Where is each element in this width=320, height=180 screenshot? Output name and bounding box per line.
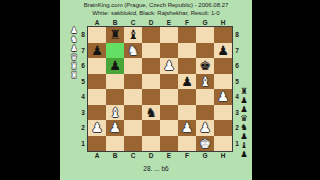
white-king: ♚ [199,136,211,152]
square-a7[interactable]: ♟ [88,43,106,59]
square-e4[interactable] [160,89,178,105]
white-bishop: ♝ [109,105,121,121]
black-king: ♚ [199,58,211,74]
square-g8[interactable] [196,27,214,43]
square-d6[interactable] [142,58,160,74]
black-pawn: ♟ [217,43,229,59]
file-label: G [196,19,214,26]
square-b1[interactable] [106,136,124,152]
square-b4[interactable] [106,89,124,105]
white-pawn: ♟ [163,58,175,74]
square-e3[interactable] [160,105,178,121]
square-a5[interactable] [88,74,106,90]
square-a8[interactable] [88,27,106,43]
square-b5[interactable] [106,74,124,90]
site-header-line1: BrainKing.com (Prague, Czech Republic) -… [60,2,252,9]
square-g7[interactable] [196,43,214,59]
rank-label: 8 [233,27,241,43]
square-a1[interactable] [88,136,106,152]
square-e5[interactable] [160,74,178,90]
square-g2[interactable]: ♟ [196,120,214,136]
file-label: A [88,152,106,159]
white-pawn: ♟ [181,120,193,136]
captured-black-tray: ♜♟♟♛♞♟♝♟ [238,87,250,159]
square-f8[interactable] [178,27,196,43]
square-d1[interactable] [142,136,160,152]
square-f5[interactable]: ♟ [178,74,196,90]
square-g6[interactable]: ♚ [196,58,214,74]
file-label: F [178,19,196,26]
players-result-line: White: sakblokid, Black: Rajshekhar, Res… [60,10,252,17]
file-label: H [214,19,232,26]
square-h2[interactable] [214,120,232,136]
square-f1[interactable] [178,136,196,152]
rank-label: 7 [233,43,241,59]
square-c6[interactable] [124,58,142,74]
file-label: E [160,19,178,26]
square-g5[interactable]: ♝ [196,74,214,90]
rank-label: 8 [79,27,87,43]
square-c4[interactable] [124,89,142,105]
black-pawn: ♟ [91,43,103,59]
rank-label: 6 [79,58,87,74]
file-label: B [106,19,124,26]
white-pawn: ♟ [217,89,229,105]
rank-label: 7 [79,43,87,59]
square-h4[interactable]: ♟ [214,89,232,105]
square-d8[interactable] [142,27,160,43]
square-h5[interactable] [214,74,232,90]
file-label: D [142,19,160,26]
square-g3[interactable] [196,105,214,121]
white-pawn: ♟ [199,120,211,136]
square-c1[interactable] [124,136,142,152]
square-e8[interactable] [160,27,178,43]
square-h7[interactable]: ♟ [214,43,232,59]
square-f6[interactable] [178,58,196,74]
square-f2[interactable]: ♟ [178,120,196,136]
square-d2[interactable] [142,120,160,136]
file-label: E [160,152,178,159]
square-g4[interactable] [196,89,214,105]
white-pawn: ♟ [109,120,121,136]
square-f4[interactable] [178,89,196,105]
square-c2[interactable] [124,120,142,136]
black-bishop: ♝ [127,27,139,43]
rank-label: 6 [233,58,241,74]
rank-label: 5 [79,74,87,90]
file-label: B [106,152,124,159]
file-label: D [142,152,160,159]
square-f7[interactable] [178,43,196,59]
white-knight: ♞ [127,43,139,59]
square-e7[interactable] [160,43,178,59]
square-d7[interactable] [142,43,160,59]
rank-label: 4 [79,89,87,105]
square-h3[interactable] [214,105,232,121]
file-label: F [178,152,196,159]
square-h1[interactable] [214,136,232,152]
rank-label: 2 [79,120,87,136]
black-rook: ♜ [109,27,121,43]
file-label: C [124,19,142,26]
square-d3[interactable]: ♞ [142,105,160,121]
square-f3[interactable] [178,105,196,121]
square-a4[interactable] [88,89,106,105]
white-rook-icon: ♜ [70,71,78,80]
square-h6[interactable] [214,58,232,74]
rank-label: 3 [79,105,87,121]
square-d5[interactable] [142,74,160,90]
black-pawn: ♟ [181,74,193,90]
square-e2[interactable] [160,120,178,136]
rank-labels-left: 87654321 [79,27,87,151]
square-c7[interactable]: ♞ [124,43,142,59]
square-b7[interactable] [106,43,124,59]
square-c3[interactable] [124,105,142,121]
square-a6[interactable] [88,58,106,74]
square-e6[interactable]: ♟ [160,58,178,74]
game-panel: BrainKing.com (Prague, Czech Republic) -… [60,0,252,180]
file-label: G [196,152,214,159]
file-labels-bottom: ABCDEFGH [88,152,232,159]
square-a3[interactable] [88,105,106,121]
black-pawn: ♟ [109,58,121,74]
square-c5[interactable] [124,74,142,90]
file-label: H [214,152,232,159]
square-b8[interactable]: ♜ [106,27,124,43]
file-label: A [88,19,106,26]
square-a2[interactable]: ♟ [88,120,106,136]
board-grid: ♜♝♟♞♟♟♟♚♟♝♟♝♞♟♟♟♟♚ [88,27,232,151]
square-b6[interactable]: ♟ [106,58,124,74]
square-c8[interactable]: ♝ [124,27,142,43]
black-pawn-icon: ♟ [240,150,248,159]
square-e1[interactable] [160,136,178,152]
square-b3[interactable]: ♝ [106,105,124,121]
file-labels-top: ABCDEFGH [88,19,232,26]
rank-label: 1 [79,136,87,152]
move-caption: 28. ... b6 [60,165,252,172]
file-label: C [124,152,142,159]
square-h8[interactable] [214,27,232,43]
white-bishop: ♝ [199,74,211,90]
captured-white-tray: ♟♞♟♛♜♜ [68,26,80,80]
square-b2[interactable]: ♟ [106,120,124,136]
square-g1[interactable]: ♚ [196,136,214,152]
square-d4[interactable] [142,89,160,105]
black-knight: ♞ [145,105,157,121]
white-pawn: ♟ [91,120,103,136]
